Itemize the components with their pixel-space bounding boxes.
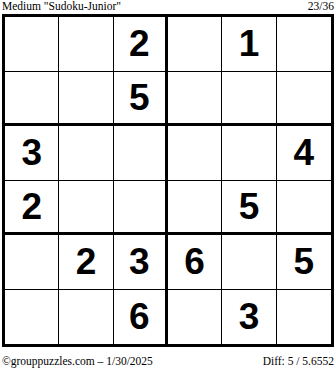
cell-r1c5: 1	[222, 17, 276, 72]
cell-r5c4: 6	[168, 235, 222, 290]
puzzle-title: Medium "Sudoku-Junior"	[2, 0, 121, 13]
cell-r4c1: 2	[5, 181, 59, 236]
cell-r5c3: 3	[114, 235, 168, 290]
cell-r4c3[interactable]	[114, 181, 168, 236]
given-digit: 4	[294, 134, 315, 171]
cell-r6c6[interactable]	[277, 290, 331, 345]
difficulty-rating: Diff: 5 / 5.6552	[263, 354, 334, 368]
cell-r2c1[interactable]	[5, 72, 59, 127]
page-header: Medium "Sudoku-Junior" 23/36	[2, 0, 334, 13]
cell-r6c3: 6	[114, 290, 168, 345]
given-digit: 2	[76, 243, 97, 280]
cell-r6c5: 3	[222, 290, 276, 345]
cell-r5c1[interactable]	[5, 235, 59, 290]
cell-r1c4[interactable]	[168, 17, 222, 72]
cell-r5c2: 2	[59, 235, 113, 290]
cell-r3c2[interactable]	[59, 126, 113, 181]
given-digit: 2	[21, 188, 42, 225]
given-digit: 5	[129, 79, 150, 116]
cell-r5c6: 5	[277, 235, 331, 290]
copyright-date: ©grouppuzzles.com – 1/30/2025	[2, 354, 153, 368]
cell-r5c5[interactable]	[222, 235, 276, 290]
cell-r2c4[interactable]	[168, 72, 222, 127]
given-digit: 5	[239, 188, 260, 225]
cell-r3c3[interactable]	[114, 126, 168, 181]
cell-r4c5: 5	[222, 181, 276, 236]
cell-r2c3: 5	[114, 72, 168, 127]
cell-r2c6[interactable]	[277, 72, 331, 127]
cell-r4c4[interactable]	[168, 181, 222, 236]
puzzle-page: { "game": "sudoku-junior (6x6 sudoku, 2-…	[0, 0, 336, 370]
given-digit: 3	[129, 243, 150, 280]
page-footer: ©grouppuzzles.com – 1/30/2025 Diff: 5 / …	[2, 353, 334, 368]
cell-r1c1[interactable]	[5, 17, 59, 72]
given-digit: 3	[21, 134, 42, 171]
empty-cell-count: 23/36	[308, 0, 334, 13]
cell-r2c5[interactable]	[222, 72, 276, 127]
cell-r6c4[interactable]	[168, 290, 222, 345]
cell-r6c2[interactable]	[59, 290, 113, 345]
sudoku-grid: 2153425236563	[2, 14, 334, 347]
cell-r3c5[interactable]	[222, 126, 276, 181]
cell-r3c1: 3	[5, 126, 59, 181]
given-digit: 6	[184, 243, 205, 280]
cell-r4c6[interactable]	[277, 181, 331, 236]
cell-r1c2[interactable]	[59, 17, 113, 72]
given-digit: 2	[129, 25, 150, 62]
cell-r6c1[interactable]	[5, 290, 59, 345]
cell-r4c2[interactable]	[59, 181, 113, 236]
given-digit: 5	[294, 243, 315, 280]
cell-r2c2[interactable]	[59, 72, 113, 127]
cell-r3c4[interactable]	[168, 126, 222, 181]
cell-r1c3: 2	[114, 17, 168, 72]
given-digit: 6	[129, 298, 150, 335]
cell-r1c6[interactable]	[277, 17, 331, 72]
given-digit: 1	[239, 25, 260, 62]
cell-r3c6: 4	[277, 126, 331, 181]
given-digit: 3	[239, 298, 260, 335]
